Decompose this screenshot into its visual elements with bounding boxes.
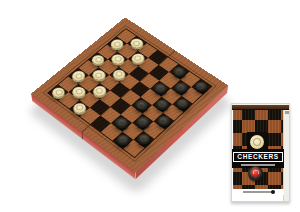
age-rating-mark xyxy=(285,111,289,114)
product-box: CHECKERS xyxy=(231,103,290,202)
product-photo-stage: CHECKERS xyxy=(0,0,300,212)
box-footer-logo-dot xyxy=(271,190,275,194)
box-footer-strip xyxy=(232,189,284,195)
box-footer-text-illegible xyxy=(243,191,273,193)
box-front-panel: CHECKERS xyxy=(232,110,284,195)
box-title: CHECKERS xyxy=(233,152,282,163)
board-top-face xyxy=(31,17,228,172)
box-subtitle-text-illegible xyxy=(241,164,275,166)
box-dark-checker-icon xyxy=(248,166,263,181)
box-light-checker-icon xyxy=(250,135,264,149)
board-scene xyxy=(32,25,227,179)
box-title-band: CHECKERS xyxy=(232,149,284,168)
red-brand-emblem-icon xyxy=(251,168,260,177)
